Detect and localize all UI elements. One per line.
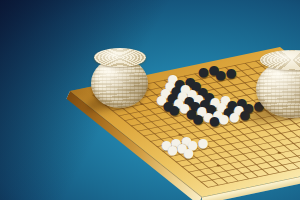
bowl-lid [260, 50, 300, 70]
left-stone-bowl [91, 48, 149, 110]
scene-background: ●●●●●●●●●●●●●●●●●●●●●●●●●●●●●●●●●●●●●●●●… [0, 0, 300, 200]
bowl-lid [94, 48, 146, 67]
right-stone-bowl [256, 50, 300, 120]
